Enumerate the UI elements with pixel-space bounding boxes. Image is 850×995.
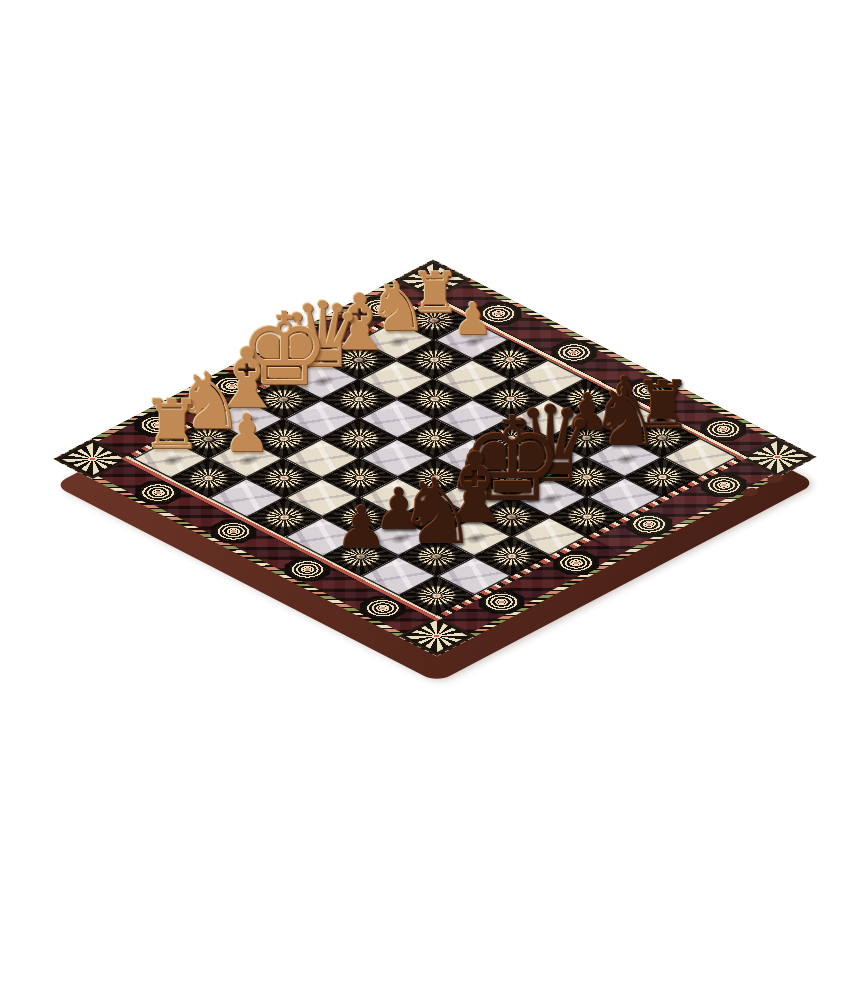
product-photo-scene: ♜♞♝♚♛♝♞♜♟♟♟♟♟♟♟♞♝♚♛♞♜ (0, 0, 850, 995)
board-play-area: ♜♞♝♚♛♝♞♜♟♟♟♟♟♟♟♞♝♚♛♞♜ (121, 295, 749, 622)
piece-white-pawn[interactable]: ♟ (408, 297, 538, 341)
chess-board: ♜♞♝♚♛♝♞♜♟♟♟♟♟♟♟♞♝♚♛♞♜ (53, 259, 817, 656)
piece-white-pawn[interactable]: ♟ (182, 407, 312, 459)
piece-black-knight[interactable]: ♞ (373, 467, 503, 557)
